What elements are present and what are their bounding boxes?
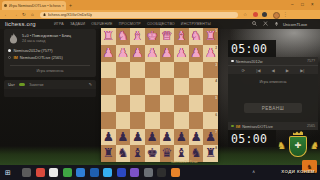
notes-tab[interactable]: Заметки: [29, 83, 44, 87]
nav-item-6[interactable]: ИНСТРУМЕНТЫ: [181, 22, 211, 26]
square-r6c2[interactable]: ♟: [130, 129, 145, 146]
url-text: lichess.org/X1GzOnDzIUp: [48, 13, 92, 17]
black-piece-r[interactable]: ♜: [103, 147, 114, 160]
square-r6c3[interactable]: ♟: [145, 129, 160, 146]
taskbar-app-4[interactable]: [63, 168, 72, 177]
white-piece-p[interactable]: ♟: [147, 47, 158, 60]
lichess-logo[interactable]: lichess.org: [5, 21, 36, 27]
player-title: IM: [236, 124, 240, 129]
square-r4c4[interactable]: [160, 95, 175, 112]
white-piece-k[interactable]: ♚: [147, 30, 158, 43]
rematch-button[interactable]: РЕВАНШ: [244, 103, 302, 113]
browser-tab[interactable]: Игра NemtsovDOTLive • lichess.org ×: [2, 1, 66, 10]
player-clock: 05:00: [228, 130, 276, 147]
taskbar-app-7[interactable]: [103, 168, 112, 177]
bell-icon[interactable]: [274, 21, 279, 26]
last-move-icon[interactable]: ▶|: [300, 68, 304, 73]
square-r2c3[interactable]: [145, 62, 160, 79]
black-piece-b[interactable]: ♝: [176, 147, 187, 160]
square-r0c4[interactable]: ♛: [160, 28, 175, 45]
black-piece-p[interactable]: ♟: [176, 131, 187, 144]
chess-board[interactable]: ♜♞♝♚♛♝♞1♜♟♟♟♟♟♟♟2♟3456♟♟♟♟♟♟♟7♟♜♞♝♚♛♝♞8♜: [101, 28, 218, 162]
square-r0c2[interactable]: ♝: [130, 28, 145, 45]
heraldic-knight-left-icon: ♞: [277, 140, 286, 151]
taskbar-app-1[interactable]: [22, 168, 31, 177]
square-r5c4[interactable]: [160, 112, 175, 129]
square-r3c3[interactable]: [145, 78, 160, 95]
square-r5c3[interactable]: [145, 112, 160, 129]
main-nav: ИГРАЗАДАЧИОБУЧЕНИЕПРОСМОТРСООБЩЕСТВОИНСТ…: [54, 22, 211, 26]
nav-item-3[interactable]: ОБУЧЕНИЕ: [91, 22, 112, 26]
emblem-text: ХОДИ КОНЕМ: [276, 169, 320, 174]
square-r5c0[interactable]: [101, 112, 116, 129]
white-piece-p[interactable]: ♟: [117, 47, 128, 60]
square-r0c3[interactable]: ♚: [145, 28, 160, 45]
white-player-row[interactable]: Nemtsov2012w (757?): [8, 48, 53, 53]
black-player-title: IM: [13, 55, 17, 60]
square-r1c1[interactable]: ♟: [116, 45, 131, 62]
cycle-icon[interactable]: ⟳: [242, 68, 246, 73]
square-r5c2[interactable]: [130, 112, 145, 129]
search-icon[interactable]: [252, 21, 257, 26]
rank-label-8: 8: [215, 146, 217, 150]
white-piece-p[interactable]: ♟: [132, 47, 143, 60]
square-r4c0[interactable]: [101, 95, 116, 112]
stream-emblem: ✚ ♞ ♞ ♞ ХОДИ КОНЕМ: [276, 131, 320, 180]
black-color-icon: [8, 56, 11, 59]
square-r2c6[interactable]: [189, 62, 204, 79]
square-r1c6[interactable]: ♟: [189, 45, 204, 62]
square-r0c1[interactable]: ♞: [116, 28, 131, 45]
square-r3c2[interactable]: [130, 78, 145, 95]
tray-chevron-icon[interactable]: ∧: [252, 169, 255, 174]
square-r2c0[interactable]: [101, 62, 116, 79]
square-r6c5[interactable]: ♟: [174, 129, 189, 146]
square-r6c4[interactable]: ♟: [160, 129, 175, 146]
taskbar-app-12[interactable]: [171, 168, 180, 177]
home-icon[interactable]: ⌂: [31, 12, 34, 17]
next-move-icon[interactable]: ▶: [286, 68, 289, 73]
black-piece-p[interactable]: ♟: [132, 131, 143, 144]
black-player-name: NemtsovDOTLive (2565): [20, 55, 63, 60]
lock-icon: [43, 13, 46, 16]
blitz-flame-icon: [9, 33, 18, 44]
white-piece-n[interactable]: ♞: [117, 30, 128, 43]
move-navigation-bar: ⟳|◀◀▶▶|: [228, 65, 318, 74]
white-piece-r[interactable]: ♜: [103, 30, 114, 43]
shield-cross-icon: ✚: [295, 142, 302, 150]
square-r5c1[interactable]: [116, 112, 131, 129]
nav-item-5[interactable]: СООБЩЕСТВО: [147, 22, 175, 26]
rank-label-7: 7: [215, 130, 217, 134]
square-r3c4[interactable]: [160, 78, 175, 95]
black-player-row[interactable]: IM NemtsovDOTLive (2565): [8, 55, 63, 60]
opponent-clock-time: 05:00: [231, 42, 267, 56]
divider: [10, 65, 90, 66]
square-r1c0[interactable]: ♟: [101, 45, 116, 62]
nav-item-2[interactable]: ЗАДАЧИ: [70, 22, 85, 26]
taskbar-app-10[interactable]: [144, 168, 153, 177]
game-status-sidebar: Игра отменена: [4, 68, 96, 73]
square-r3c6[interactable]: [189, 78, 204, 95]
stream-watermark: NemtsovDOTLive: [171, 160, 198, 164]
taskbar-app-6[interactable]: [90, 168, 99, 177]
tab-title: Игра NemtsovDOTLive • lichess.org: [9, 4, 61, 8]
tab-close-icon[interactable]: ×: [62, 3, 64, 8]
white-piece-n[interactable]: ♞: [190, 30, 201, 43]
screen: Игра NemtsovDOTLive • lichess.org × + – …: [0, 0, 320, 180]
white-piece-p[interactable]: ♟: [190, 47, 201, 60]
first-move-icon[interactable]: |◀: [256, 68, 260, 73]
browser-menu-icon[interactable]: ⋮: [283, 12, 288, 17]
black-piece-p[interactable]: ♟: [117, 131, 128, 144]
taskbar-app-11[interactable]: [157, 168, 166, 177]
chat-tab[interactable]: Чат: [8, 82, 15, 87]
opponent-player-bar[interactable]: Nemtsov2012w 757?: [228, 57, 318, 65]
white-piece-p[interactable]: ♟: [176, 47, 187, 60]
white-dot-icon: [231, 60, 234, 63]
white-color-icon: [8, 49, 11, 52]
black-piece-b[interactable]: ♝: [132, 147, 143, 160]
white-piece-p[interactable]: ♟: [103, 47, 114, 60]
black-piece-p[interactable]: ♟: [161, 131, 172, 144]
taskbar-apps: [22, 168, 180, 177]
square-r4c1[interactable]: [116, 95, 131, 112]
new-tab-button[interactable]: +: [69, 2, 72, 8]
taskbar-app-2[interactable]: [36, 168, 45, 177]
chat-header: Чат Заметки ✎: [4, 80, 96, 89]
square-r7c1[interactable]: ♞: [116, 145, 131, 162]
chat-messages-area[interactable]: [4, 89, 96, 97]
square-r1c3[interactable]: ♟: [145, 45, 160, 62]
nav-item-4[interactable]: ПРОСМОТР: [119, 22, 141, 26]
black-piece-k[interactable]: ♚: [147, 147, 158, 160]
white-piece-p[interactable]: ♟: [161, 47, 172, 60]
minimize-button[interactable]: –: [291, 2, 294, 7]
prev-move-icon[interactable]: ◀: [272, 68, 275, 73]
chat-toggle[interactable]: [19, 83, 25, 87]
online-dot-icon: [231, 125, 234, 128]
square-r0c5[interactable]: ♝: [174, 28, 189, 45]
reload-icon[interactable]: ↻: [22, 12, 26, 17]
game-time-ago: 24 часа назад: [22, 39, 45, 43]
game-status-panel: Игра отменена: [228, 79, 318, 84]
square-r2c4[interactable]: [160, 62, 175, 79]
square-r2c2[interactable]: [130, 62, 145, 79]
square-r1c2[interactable]: ♟: [130, 45, 145, 62]
shield-icon: ✚: [289, 136, 307, 157]
player-clock-time: 05:00: [231, 132, 267, 146]
edit-notes-icon[interactable]: ✎: [88, 82, 92, 87]
rank-label-3: 3: [215, 63, 217, 67]
square-r3c1[interactable]: [116, 78, 131, 95]
square-r3c0[interactable]: [101, 78, 116, 95]
taskbar-app-9[interactable]: [130, 168, 139, 177]
square-r5c6[interactable]: [189, 112, 204, 129]
square-r7c2[interactable]: ♝: [130, 145, 145, 162]
square-r4c3[interactable]: [145, 95, 160, 112]
rank-label-4: 4: [215, 79, 217, 83]
square-r0c0[interactable]: ♜: [101, 28, 116, 45]
square-r0c6[interactable]: ♞: [189, 28, 204, 45]
close-button[interactable]: ×: [311, 2, 314, 7]
rank-label-1: 1: [215, 29, 217, 33]
square-r2c5[interactable]: [174, 62, 189, 79]
profile-avatar[interactable]: [273, 12, 280, 19]
crown-icon: [293, 131, 303, 135]
rank-label-6: 6: [215, 113, 217, 117]
system-tray[interactable]: ∧: [252, 169, 255, 174]
start-button-icon[interactable]: ⊞: [5, 169, 11, 176]
black-piece-p[interactable]: ♟: [103, 131, 114, 144]
opponent-clock: 05:00: [228, 40, 276, 57]
game-time-control: 5+0 • Повседневная • Блиц: [22, 33, 71, 38]
square-r4c5[interactable]: [174, 95, 189, 112]
white-piece-q[interactable]: ♛: [161, 30, 172, 43]
square-r7c3[interactable]: ♚: [145, 145, 160, 162]
white-player-name: Nemtsov2012w (757?): [13, 48, 52, 53]
square-r5c5[interactable]: [174, 112, 189, 129]
black-piece-p[interactable]: ♟: [147, 131, 158, 144]
forward-icon[interactable]: →: [13, 12, 18, 17]
taskbar-app-8[interactable]: [117, 168, 126, 177]
opponent-name: Nemtsov2012w: [236, 59, 263, 64]
maximize-button[interactable]: □: [301, 2, 304, 7]
player-bar[interactable]: IM NemtsovDOTLive 2565: [228, 122, 318, 130]
square-r1c4[interactable]: ♟: [160, 45, 175, 62]
black-piece-n[interactable]: ♞: [190, 147, 201, 160]
bookmark-star-icon[interactable]: ☆: [243, 12, 247, 17]
logged-in-username[interactable]: UnicornTLove: [283, 22, 307, 27]
player-name: NemtsovDOTLive: [242, 124, 273, 129]
player-rating: 2565: [307, 124, 315, 128]
rank-label-5: 5: [215, 96, 217, 100]
challenge-swords-icon[interactable]: [263, 21, 268, 26]
black-piece-n[interactable]: ♞: [117, 147, 128, 160]
taskbar-app-3[interactable]: [49, 168, 58, 177]
square-r3c5[interactable]: [174, 78, 189, 95]
square-r4c2[interactable]: [130, 95, 145, 112]
extension-icon[interactable]: [253, 12, 258, 17]
black-piece-p[interactable]: ♟: [190, 131, 201, 144]
heraldic-knight-right-icon: ♞: [310, 140, 319, 151]
square-r4c6[interactable]: [189, 95, 204, 112]
square-r1c5[interactable]: ♟: [174, 45, 189, 62]
square-r2c1[interactable]: [116, 62, 131, 79]
back-icon[interactable]: ←: [4, 12, 9, 17]
rank-label-2: 2: [215, 46, 217, 50]
white-piece-b[interactable]: ♝: [176, 30, 187, 43]
square-r7c0[interactable]: ♜: [101, 145, 116, 162]
opponent-rating: 757?: [307, 59, 315, 63]
taskbar-app-5[interactable]: [76, 168, 85, 177]
address-bar[interactable]: lichess.org/X1GzOnDzIUp: [40, 12, 238, 18]
extension-icon[interactable]: [262, 12, 267, 17]
tab-favicon-icon: [4, 4, 7, 7]
square-r6c1[interactable]: ♟: [116, 129, 131, 146]
square-r6c6[interactable]: ♟: [189, 129, 204, 146]
nav-item-1[interactable]: ИГРА: [54, 22, 64, 26]
white-piece-b[interactable]: ♝: [132, 30, 143, 43]
black-piece-q[interactable]: ♛: [161, 147, 172, 160]
square-r6c0[interactable]: ♟: [101, 129, 116, 146]
